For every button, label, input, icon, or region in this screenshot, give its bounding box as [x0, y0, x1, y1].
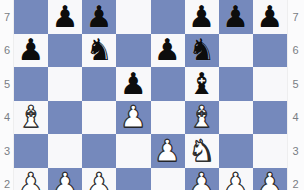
square-c7[interactable]: ♟	[82, 0, 116, 34]
white-knight[interactable]: ♞	[185, 134, 219, 168]
square-d5[interactable]: ♟	[116, 67, 150, 101]
rank-label-5: 5	[287, 67, 304, 101]
black-bishop[interactable]: ♝	[185, 67, 219, 101]
black-pawn[interactable]: ♟	[82, 0, 116, 34]
square-h6[interactable]	[253, 34, 287, 68]
rank-label-2: 2	[0, 168, 14, 191]
square-d2[interactable]	[116, 168, 150, 191]
black-knight[interactable]: ♞	[185, 34, 219, 68]
chess-board[interactable]: ♟ ♟ ♟ ♟ ♟ ♟ ♞ ♟ ♞ ♟ ♝ ♝ ♟ ♝ ♟ ♞	[14, 0, 287, 190]
black-pawn[interactable]: ♟	[185, 0, 219, 34]
black-knight[interactable]: ♞	[82, 34, 116, 68]
square-c2[interactable]: ♟	[82, 168, 116, 191]
square-d3[interactable]	[116, 134, 150, 168]
black-pawn[interactable]: ♟	[219, 0, 253, 34]
square-g4[interactable]	[219, 101, 253, 135]
square-h7[interactable]: ♟	[253, 0, 287, 34]
rank-labels-left: 7 6 5 4 3 2	[0, 0, 14, 190]
square-e5[interactable]	[151, 67, 185, 101]
rank-label-4: 4	[287, 101, 304, 135]
white-pawn[interactable]: ♟	[219, 168, 253, 191]
square-e3[interactable]: ♟	[151, 134, 185, 168]
square-f6[interactable]: ♞	[185, 34, 219, 68]
white-pawn[interactable]: ♟	[253, 168, 287, 191]
black-pawn[interactable]: ♟	[253, 0, 287, 34]
square-c4[interactable]	[82, 101, 116, 135]
square-b5[interactable]	[48, 67, 82, 101]
square-d4[interactable]: ♟	[116, 101, 150, 135]
square-h4[interactable]	[253, 101, 287, 135]
rank-label-3: 3	[287, 134, 304, 168]
rank-label-6: 6	[0, 34, 14, 68]
square-g5[interactable]	[219, 67, 253, 101]
black-pawn[interactable]: ♟	[14, 34, 48, 68]
square-g7[interactable]: ♟	[219, 0, 253, 34]
square-f7[interactable]: ♟	[185, 0, 219, 34]
square-b7[interactable]: ♟	[48, 0, 82, 34]
square-e4[interactable]	[151, 101, 185, 135]
square-c5[interactable]	[82, 67, 116, 101]
square-a4[interactable]: ♝	[14, 101, 48, 135]
white-pawn[interactable]: ♟	[48, 168, 82, 191]
white-bishop[interactable]: ♝	[185, 101, 219, 135]
square-g3[interactable]	[219, 134, 253, 168]
rank-labels-right: 7 6 5 4 3 2	[287, 0, 304, 190]
square-e7[interactable]	[151, 0, 185, 34]
square-c6[interactable]: ♞	[82, 34, 116, 68]
black-pawn[interactable]: ♟	[151, 34, 185, 68]
white-pawn[interactable]: ♟	[14, 168, 48, 191]
square-b3[interactable]	[48, 134, 82, 168]
rank-label-3: 3	[0, 134, 14, 168]
square-h2[interactable]: ♟	[253, 168, 287, 191]
square-h5[interactable]	[253, 67, 287, 101]
chessboard-viewport: 7 6 5 4 3 2 ♟ ♟ ♟ ♟ ♟ ♟ ♞ ♟ ♞ ♟ ♝ ♝ ♟	[0, 0, 304, 190]
rank-label-6: 6	[287, 34, 304, 68]
square-a3[interactable]	[14, 134, 48, 168]
square-h3[interactable]	[253, 134, 287, 168]
square-f4[interactable]: ♝	[185, 101, 219, 135]
rank-label-5: 5	[0, 67, 14, 101]
square-e6[interactable]: ♟	[151, 34, 185, 68]
square-c3[interactable]	[82, 134, 116, 168]
square-a2[interactable]: ♟	[14, 168, 48, 191]
square-a5[interactable]	[14, 67, 48, 101]
square-f2[interactable]: ♟	[185, 168, 219, 191]
rank-label-4: 4	[0, 101, 14, 135]
square-g2[interactable]: ♟	[219, 168, 253, 191]
square-a7[interactable]	[14, 0, 48, 34]
square-a6[interactable]: ♟	[14, 34, 48, 68]
rank-label-7: 7	[287, 0, 304, 34]
square-g6[interactable]	[219, 34, 253, 68]
square-f3[interactable]: ♞	[185, 134, 219, 168]
black-pawn[interactable]: ♟	[48, 0, 82, 34]
white-pawn[interactable]: ♟	[116, 101, 150, 135]
rank-label-2: 2	[287, 168, 304, 191]
square-b4[interactable]	[48, 101, 82, 135]
black-pawn[interactable]: ♟	[116, 67, 150, 101]
white-bishop[interactable]: ♝	[14, 101, 48, 135]
white-pawn[interactable]: ♟	[185, 168, 219, 191]
square-d7[interactable]	[116, 0, 150, 34]
square-d6[interactable]	[116, 34, 150, 68]
square-b6[interactable]	[48, 34, 82, 68]
white-pawn[interactable]: ♟	[151, 134, 185, 168]
white-pawn[interactable]: ♟	[82, 168, 116, 191]
square-f5[interactable]: ♝	[185, 67, 219, 101]
rank-label-7: 7	[0, 0, 14, 34]
square-b2[interactable]: ♟	[48, 168, 82, 191]
square-e2[interactable]	[151, 168, 185, 191]
